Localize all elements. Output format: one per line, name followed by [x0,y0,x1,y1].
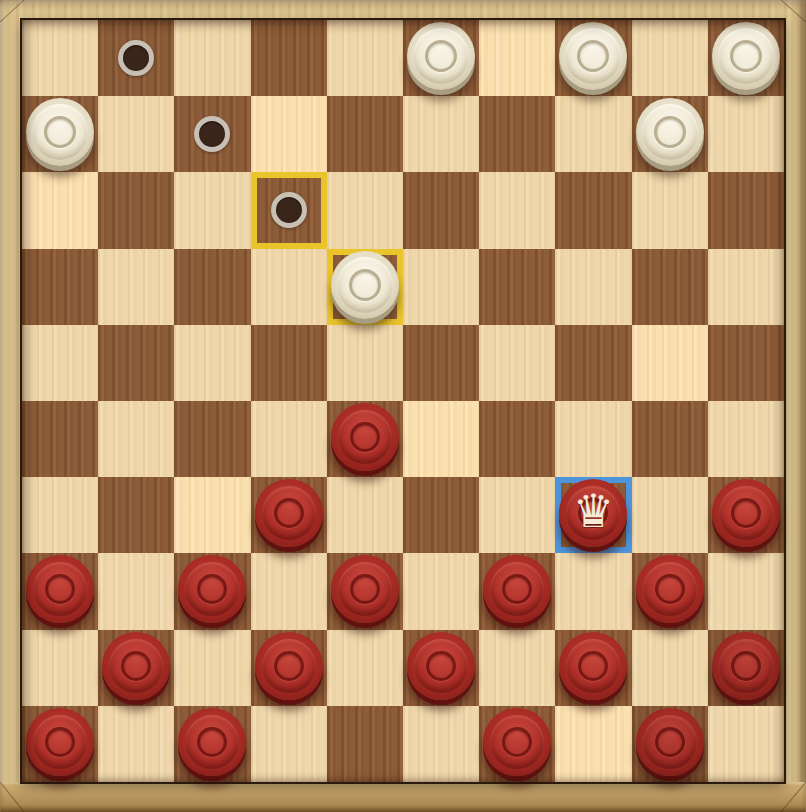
square-1-1 [98,96,174,172]
red-man[interactable] [712,479,780,547]
red-man[interactable] [331,555,399,623]
square-4-5[interactable] [403,325,479,401]
square-2-4 [327,172,403,248]
square-9-3 [251,706,327,782]
square-5-9 [708,401,784,477]
square-9-2[interactable] [174,706,250,782]
square-5-6[interactable] [479,401,555,477]
square-6-7[interactable]: ♛ [555,477,631,553]
square-7-0[interactable] [22,553,98,629]
square-3-3 [251,249,327,325]
move-trail-dot [118,40,154,76]
square-0-5[interactable] [403,20,479,96]
board: ♛ [22,20,784,782]
square-0-7[interactable] [555,20,631,96]
square-2-7[interactable] [555,172,631,248]
red-king[interactable]: ♛ [559,479,627,547]
square-3-6[interactable] [479,249,555,325]
red-man[interactable] [559,632,627,700]
white-man[interactable] [712,22,780,90]
red-man[interactable] [331,403,399,471]
square-5-5 [403,401,479,477]
square-2-2 [174,172,250,248]
king-crown-icon: ♛ [573,488,614,534]
square-0-3[interactable] [251,20,327,96]
square-4-7[interactable] [555,325,631,401]
square-2-3[interactable] [251,172,327,248]
square-4-2 [174,325,250,401]
square-2-9[interactable] [708,172,784,248]
square-5-1 [98,401,174,477]
square-8-1[interactable] [98,630,174,706]
square-3-4[interactable] [327,249,403,325]
square-9-6[interactable] [479,706,555,782]
square-6-9[interactable] [708,477,784,553]
red-man[interactable] [178,555,246,623]
square-1-3 [251,96,327,172]
square-6-6 [479,477,555,553]
checkers-app-screen: ♛ [0,0,806,812]
white-man[interactable] [636,98,704,166]
square-0-9[interactable] [708,20,784,96]
square-5-7 [555,401,631,477]
red-man[interactable] [483,555,551,623]
red-man[interactable] [636,708,704,776]
red-man[interactable] [483,708,551,776]
square-8-0 [22,630,98,706]
square-7-7 [555,553,631,629]
red-man[interactable] [178,708,246,776]
square-0-6 [479,20,555,96]
square-0-8 [632,20,708,96]
square-3-9 [708,249,784,325]
square-2-5[interactable] [403,172,479,248]
square-0-1[interactable] [98,20,174,96]
square-0-4 [327,20,403,96]
square-6-0 [22,477,98,553]
red-man[interactable] [255,479,323,547]
square-6-5[interactable] [403,477,479,553]
white-man[interactable] [559,22,627,90]
square-7-6[interactable] [479,553,555,629]
red-man[interactable] [255,632,323,700]
square-9-0[interactable] [22,706,98,782]
square-4-6 [479,325,555,401]
square-4-9[interactable] [708,325,784,401]
white-man[interactable] [407,22,475,90]
square-8-8 [632,630,708,706]
square-5-2[interactable] [174,401,250,477]
red-man[interactable] [636,555,704,623]
red-man[interactable] [26,708,94,776]
square-5-4[interactable] [327,401,403,477]
square-0-0 [22,20,98,96]
white-man[interactable] [331,251,399,319]
square-7-1 [98,553,174,629]
square-8-4 [327,630,403,706]
square-9-7 [555,706,631,782]
square-1-5 [403,96,479,172]
square-9-9 [708,706,784,782]
red-man[interactable] [26,555,94,623]
square-5-0[interactable] [22,401,98,477]
square-8-2 [174,630,250,706]
square-6-8 [632,477,708,553]
square-3-0[interactable] [22,249,98,325]
square-8-5[interactable] [403,630,479,706]
square-7-2[interactable] [174,553,250,629]
red-man[interactable] [407,632,475,700]
square-5-3 [251,401,327,477]
red-man[interactable] [102,632,170,700]
square-1-7 [555,96,631,172]
square-9-8[interactable] [632,706,708,782]
square-3-5 [403,249,479,325]
square-7-8[interactable] [632,553,708,629]
square-6-3[interactable] [251,477,327,553]
square-8-7[interactable] [555,630,631,706]
square-4-0 [22,325,98,401]
square-1-0[interactable] [22,96,98,172]
square-0-2 [174,20,250,96]
move-trail-dot [194,116,230,152]
square-7-9 [708,553,784,629]
move-trail-dot [271,192,307,228]
square-4-3[interactable] [251,325,327,401]
square-2-1[interactable] [98,172,174,248]
square-9-5 [403,706,479,782]
square-2-8 [632,172,708,248]
square-7-4[interactable] [327,553,403,629]
square-9-1 [98,706,174,782]
square-7-5 [403,553,479,629]
square-6-1[interactable] [98,477,174,553]
board-frame-bottom-ledge [0,782,806,812]
square-3-8[interactable] [632,249,708,325]
square-4-1[interactable] [98,325,174,401]
square-5-8[interactable] [632,401,708,477]
square-2-0 [22,172,98,248]
square-1-6[interactable] [479,96,555,172]
square-4-8 [632,325,708,401]
square-8-9[interactable] [708,630,784,706]
square-4-4 [327,325,403,401]
square-6-4 [327,477,403,553]
square-3-2[interactable] [174,249,250,325]
square-1-9 [708,96,784,172]
square-7-3 [251,553,327,629]
square-1-8[interactable] [632,96,708,172]
square-9-4[interactable] [327,706,403,782]
square-8-3[interactable] [251,630,327,706]
square-2-6 [479,172,555,248]
white-man[interactable] [26,98,94,166]
square-3-1 [98,249,174,325]
red-man[interactable] [712,632,780,700]
square-6-2 [174,477,250,553]
square-1-2[interactable] [174,96,250,172]
square-1-4[interactable] [327,96,403,172]
square-8-6 [479,630,555,706]
square-3-7 [555,249,631,325]
